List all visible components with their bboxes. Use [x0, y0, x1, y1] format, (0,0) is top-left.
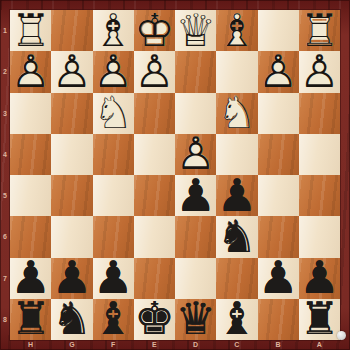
- black-pawn-f7[interactable]: ♟♙: [93, 258, 134, 299]
- square-g7[interactable]: ♟♙: [51, 258, 92, 299]
- square-a2[interactable]: ♟♙: [299, 51, 340, 92]
- black-king-e8[interactable]: ♚♔: [134, 299, 175, 340]
- square-d5[interactable]: ♟♙: [175, 175, 216, 216]
- square-f1[interactable]: ♝♗: [93, 10, 134, 51]
- square-b2[interactable]: ♟♙: [258, 51, 299, 92]
- square-h4[interactable]: [10, 134, 51, 175]
- square-f2[interactable]: ♟♙: [93, 51, 134, 92]
- square-e4[interactable]: [134, 134, 175, 175]
- square-c8[interactable]: ♝♗: [216, 299, 257, 340]
- black-pawn-c5[interactable]: ♟♙: [216, 175, 257, 216]
- square-a6[interactable]: [299, 216, 340, 257]
- black-bishop-f8[interactable]: ♝♗: [93, 299, 134, 340]
- white-pawn-b2[interactable]: ♟♙: [258, 51, 299, 92]
- white-knight-c3[interactable]: ♞♘: [216, 93, 257, 134]
- white-rook-a1[interactable]: ♜♖: [299, 10, 340, 51]
- square-a5[interactable]: [299, 175, 340, 216]
- white-bishop-f1[interactable]: ♝♗: [93, 10, 134, 51]
- square-f6[interactable]: [93, 216, 134, 257]
- white-pawn-g2[interactable]: ♟♙: [51, 51, 92, 92]
- square-f5[interactable]: [93, 175, 134, 216]
- square-d7[interactable]: [175, 258, 216, 299]
- file-label-f: F: [93, 339, 134, 350]
- square-b7[interactable]: ♟♙: [258, 258, 299, 299]
- black-pawn-b7[interactable]: ♟♙: [258, 258, 299, 299]
- square-e5[interactable]: [134, 175, 175, 216]
- black-knight-c6[interactable]: ♞♘: [216, 216, 257, 257]
- square-h8[interactable]: ♜♖: [10, 299, 51, 340]
- square-c2[interactable]: [216, 51, 257, 92]
- white-to-move-indicator: [337, 331, 346, 340]
- square-b5[interactable]: [258, 175, 299, 216]
- white-pawn-h2[interactable]: ♟♙: [10, 51, 51, 92]
- square-e7[interactable]: [134, 258, 175, 299]
- black-rook-h8[interactable]: ♜♖: [10, 299, 51, 340]
- square-a7[interactable]: ♟♙: [299, 258, 340, 299]
- white-king-e1[interactable]: ♚♔: [134, 10, 175, 51]
- white-pawn-a2[interactable]: ♟♙: [299, 51, 340, 92]
- rank-label-4: 4: [0, 134, 10, 175]
- rank-label-5: 5: [0, 175, 10, 216]
- square-d1[interactable]: ♛♕: [175, 10, 216, 51]
- square-f8[interactable]: ♝♗: [93, 299, 134, 340]
- black-queen-d8[interactable]: ♛♕: [175, 299, 216, 340]
- square-f3[interactable]: ♞♘: [93, 93, 134, 134]
- file-label-e: E: [134, 339, 175, 350]
- square-c7[interactable]: [216, 258, 257, 299]
- square-b8[interactable]: [258, 299, 299, 340]
- square-h5[interactable]: [10, 175, 51, 216]
- file-labels: HGFEDCBA: [10, 339, 340, 350]
- rank-label-8: 8: [0, 299, 10, 340]
- square-e6[interactable]: [134, 216, 175, 257]
- file-label-g: G: [51, 339, 92, 350]
- square-e8[interactable]: ♚♔: [134, 299, 175, 340]
- square-d8[interactable]: ♛♕: [175, 299, 216, 340]
- square-f4[interactable]: [93, 134, 134, 175]
- square-g8[interactable]: ♞♘: [51, 299, 92, 340]
- square-c4[interactable]: [216, 134, 257, 175]
- white-queen-d1[interactable]: ♛♕: [175, 10, 216, 51]
- square-g3[interactable]: [51, 93, 92, 134]
- rank-labels: 12345678: [0, 10, 10, 340]
- chess-board: ♜♖♝♗♚♔♛♕♝♗♜♖♟♙♟♙♟♙♟♙♟♙♟♙♞♘♞♘♟♙♟♙♟♙♞♘♟♙♟♙…: [0, 0, 350, 350]
- white-pawn-e2[interactable]: ♟♙: [134, 51, 175, 92]
- rank-label-2: 2: [0, 51, 10, 92]
- square-c3[interactable]: ♞♘: [216, 93, 257, 134]
- square-g5[interactable]: [51, 175, 92, 216]
- file-label-h: H: [10, 339, 51, 350]
- square-g6[interactable]: [51, 216, 92, 257]
- rank-label-7: 7: [0, 258, 10, 299]
- board-squares: ♜♖♝♗♚♔♛♕♝♗♜♖♟♙♟♙♟♙♟♙♟♙♟♙♞♘♞♘♟♙♟♙♟♙♞♘♟♙♟♙…: [10, 10, 340, 340]
- square-e2[interactable]: ♟♙: [134, 51, 175, 92]
- black-pawn-h7[interactable]: ♟♙: [10, 258, 51, 299]
- white-pawn-d4[interactable]: ♟♙: [175, 134, 216, 175]
- white-pawn-f2[interactable]: ♟♙: [93, 51, 134, 92]
- rank-label-6: 6: [0, 216, 10, 257]
- black-pawn-d5[interactable]: ♟♙: [175, 175, 216, 216]
- white-knight-f3[interactable]: ♞♘: [93, 93, 134, 134]
- square-h1[interactable]: ♜♖: [10, 10, 51, 51]
- square-b4[interactable]: [258, 134, 299, 175]
- white-bishop-c1[interactable]: ♝♗: [216, 10, 257, 51]
- file-label-d: D: [175, 339, 216, 350]
- rank-label-1: 1: [0, 10, 10, 51]
- black-pawn-g7[interactable]: ♟♙: [51, 258, 92, 299]
- square-e3[interactable]: [134, 93, 175, 134]
- square-h2[interactable]: ♟♙: [10, 51, 51, 92]
- square-c5[interactable]: ♟♙: [216, 175, 257, 216]
- square-e1[interactable]: ♚♔: [134, 10, 175, 51]
- square-d3[interactable]: [175, 93, 216, 134]
- square-b1[interactable]: [258, 10, 299, 51]
- square-h7[interactable]: ♟♙: [10, 258, 51, 299]
- square-h6[interactable]: [10, 216, 51, 257]
- square-f7[interactable]: ♟♙: [93, 258, 134, 299]
- black-knight-g8[interactable]: ♞♘: [51, 299, 92, 340]
- black-rook-a8[interactable]: ♜♖: [299, 299, 340, 340]
- square-g1[interactable]: [51, 10, 92, 51]
- square-b6[interactable]: [258, 216, 299, 257]
- square-c1[interactable]: ♝♗: [216, 10, 257, 51]
- rank-label-3: 3: [0, 93, 10, 134]
- square-c6[interactable]: ♞♘: [216, 216, 257, 257]
- file-label-c: C: [216, 339, 257, 350]
- file-label-b: B: [258, 339, 299, 350]
- white-rook-h1[interactable]: ♜♖: [10, 10, 51, 51]
- square-a1[interactable]: ♜♖: [299, 10, 340, 51]
- square-d2[interactable]: [175, 51, 216, 92]
- file-label-a: A: [299, 339, 340, 350]
- square-a8[interactable]: ♜♖: [299, 299, 340, 340]
- square-d6[interactable]: [175, 216, 216, 257]
- square-h3[interactable]: [10, 93, 51, 134]
- black-pawn-a7[interactable]: ♟♙: [299, 258, 340, 299]
- square-g2[interactable]: ♟♙: [51, 51, 92, 92]
- black-bishop-c8[interactable]: ♝♗: [216, 299, 257, 340]
- square-g4[interactable]: [51, 134, 92, 175]
- square-b3[interactable]: [258, 93, 299, 134]
- square-d4[interactable]: ♟♙: [175, 134, 216, 175]
- square-a4[interactable]: [299, 134, 340, 175]
- square-a3[interactable]: [299, 93, 340, 134]
